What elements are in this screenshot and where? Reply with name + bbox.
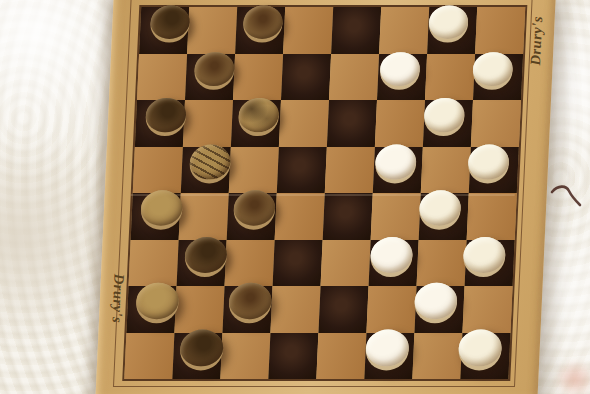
square-r7c2-light[interactable] [174,286,224,333]
square-r1c5-dark[interactable] [331,7,381,54]
square-r4c5-light[interactable] [325,147,375,194]
dark-checker-r4c2[interactable] [189,144,231,183]
square-r3c7-dark[interactable] [423,100,473,147]
square-r1c3-dark[interactable] [235,7,285,54]
checker-top-face [150,5,191,38]
square-r4c1-light[interactable] [133,147,183,194]
square-r6c2-dark[interactable] [177,240,227,287]
checker-top-face [189,144,231,179]
cream-checker-r4c8[interactable] [467,144,509,183]
square-r1c4-light[interactable] [283,7,333,54]
square-r3c6-light[interactable] [375,100,425,147]
square-r6c4-dark[interactable] [273,240,323,287]
square-r5c4-light[interactable] [275,193,325,240]
square-r8c7-light[interactable] [412,333,462,380]
square-r8c2-dark[interactable] [172,333,222,380]
checker-top-face [463,237,506,273]
square-r7c3-dark[interactable] [222,286,272,333]
square-r7c4-light[interactable] [270,286,320,333]
square-r2c4-dark[interactable] [281,54,331,101]
checker-top-face [228,283,272,319]
square-r8c6-dark[interactable] [364,333,414,380]
square-r6c8-dark[interactable] [465,240,515,287]
checker-top-face [419,190,462,225]
square-r4c4-dark[interactable] [277,147,327,194]
square-r2c1-light[interactable] [137,54,187,101]
brand-label-right: Drury's [527,36,545,66]
square-r6c1-light[interactable] [129,240,179,287]
dark-checker-r5c3[interactable] [233,190,276,229]
square-r2c2-dark[interactable] [185,54,235,101]
checker-top-face [179,329,224,366]
checker-top-face [365,329,410,366]
square-r3c5-dark[interactable] [327,100,377,147]
checker-top-face [467,144,509,179]
square-r3c3-dark[interactable] [231,100,281,147]
square-r4c3-light[interactable] [229,147,279,194]
square-r5c3-dark[interactable] [227,193,277,240]
cream-checker-r8c8[interactable] [458,329,503,370]
square-r7c1-dark[interactable] [126,286,176,333]
checker-top-face [370,237,413,273]
square-r6c7-light[interactable] [417,240,467,287]
square-r1c1-dark[interactable] [139,7,189,54]
cream-checker-r1c7[interactable] [428,5,469,42]
checker-top-face [428,5,469,38]
checker-top-face [184,237,227,273]
checkers-board: Drury's Drury's [95,0,556,394]
dark-checker-r1c3[interactable] [242,5,283,42]
square-r7c5-dark[interactable] [318,286,368,333]
checker-top-face [233,190,276,225]
checker-top-face [375,144,417,179]
checker-top-face [423,98,465,132]
square-r4c6-dark[interactable] [373,147,423,194]
dark-checker-r8c2[interactable] [179,329,224,370]
checker-top-face [194,52,235,86]
square-r3c4-light[interactable] [279,100,329,147]
pink-blur-object [554,360,590,394]
square-r5c8-light[interactable] [467,193,517,240]
cream-checker-r3c7[interactable] [423,98,465,136]
checker-top-face [472,52,513,86]
dark-checker-r3c1[interactable] [145,98,187,136]
dark-checker-r3c3[interactable] [238,98,280,136]
dark-checker-r6c2[interactable] [184,237,228,277]
square-r5c1-dark[interactable] [131,193,181,240]
cream-checker-r4c6[interactable] [374,144,416,183]
square-r6c3-light[interactable] [225,240,275,287]
square-r8c1-light[interactable] [124,333,174,380]
dark-checker-r2c2[interactable] [194,52,235,90]
square-r5c5-dark[interactable] [323,193,373,240]
square-r6c5-light[interactable] [321,240,371,287]
cream-checker-r8c6[interactable] [365,329,410,370]
square-r2c5-light[interactable] [329,54,379,101]
square-r1c8-light[interactable] [475,7,525,54]
checker-top-face [135,283,179,319]
square-r1c2-light[interactable] [187,7,237,54]
square-r4c2-dark[interactable] [181,147,231,194]
square-r2c7-light[interactable] [425,54,475,101]
cream-checker-r2c6[interactable] [379,52,420,90]
square-r8c8-dark[interactable] [460,333,510,380]
square-r8c5-light[interactable] [316,333,366,380]
square-r5c2-light[interactable] [179,193,229,240]
square-r7c8-light[interactable] [462,286,512,333]
square-r3c1-dark[interactable] [135,100,185,147]
cream-checker-r2c8[interactable] [472,52,513,90]
square-r8c3-light[interactable] [220,333,270,380]
dark-checker-r5c1[interactable] [140,190,183,229]
checker-top-face [414,283,458,319]
square-r7c6-light[interactable] [366,286,416,333]
square-r3c8-light[interactable] [471,100,521,147]
square-r7c7-dark[interactable] [414,286,464,333]
cream-checker-r5c7[interactable] [418,190,461,229]
checker-top-face [145,98,187,132]
square-r4c8-dark[interactable] [469,147,519,194]
square-r8c4-dark[interactable] [268,333,318,380]
thread-on-cloth [549,182,583,210]
cream-checker-r7c7[interactable] [414,283,458,323]
checker-top-face [379,52,420,86]
square-r5c6-light[interactable] [371,193,421,240]
playing-area [122,5,527,381]
checker-top-face [238,98,280,132]
square-r3c2-light[interactable] [183,100,233,147]
square-r2c3-light[interactable] [233,54,283,101]
square-r2c8-dark[interactable] [473,54,523,101]
checker-top-face [243,5,284,38]
dark-checker-r7c1[interactable] [135,283,179,323]
checker-top-face [140,190,183,225]
dark-checker-r7c3[interactable] [228,283,272,323]
square-r4c7-light[interactable] [421,147,471,194]
checker-top-face [458,329,503,366]
square-r1c6-light[interactable] [379,7,429,54]
square-r1c7-dark[interactable] [427,7,477,54]
cream-checker-r6c6[interactable] [370,237,414,277]
cream-checker-r6c8[interactable] [462,237,506,277]
square-r2c6-dark[interactable] [377,54,427,101]
dark-checker-r1c1[interactable] [150,5,191,42]
square-r6c6-dark[interactable] [369,240,419,287]
square-r5c7-dark[interactable] [419,193,469,240]
